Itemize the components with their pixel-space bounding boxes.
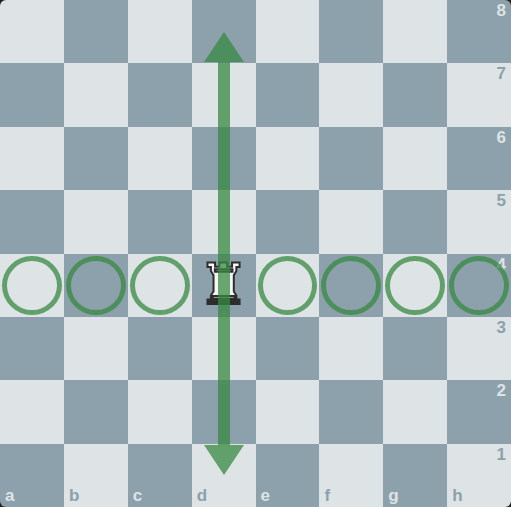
square-c7[interactable]	[128, 63, 192, 126]
file-label-c: c	[133, 487, 142, 504]
square-c8[interactable]	[128, 0, 192, 63]
file-label-b: b	[69, 487, 79, 504]
file-label-f: f	[324, 487, 330, 504]
square-e7[interactable]	[256, 63, 320, 126]
square-c1[interactable]: c	[128, 444, 192, 507]
square-g6[interactable]	[383, 127, 447, 190]
square-f1[interactable]: f	[319, 444, 383, 507]
square-d5[interactable]	[192, 190, 256, 253]
rank-label-1: 1	[497, 446, 506, 463]
square-d7[interactable]	[192, 63, 256, 126]
square-f5[interactable]	[319, 190, 383, 253]
white-rook-d4[interactable]: ♜	[192, 254, 256, 317]
square-f3[interactable]	[319, 317, 383, 380]
square-f7[interactable]	[319, 63, 383, 126]
square-g3[interactable]	[383, 317, 447, 380]
square-f2[interactable]	[319, 380, 383, 443]
square-b6[interactable]	[64, 127, 128, 190]
square-c2[interactable]	[128, 380, 192, 443]
rank-label-7: 7	[497, 65, 506, 82]
square-d2[interactable]	[192, 380, 256, 443]
square-h7[interactable]: 7	[447, 63, 511, 126]
file-label-h: h	[452, 487, 462, 504]
square-b3[interactable]	[64, 317, 128, 380]
file-label-a: a	[5, 487, 14, 504]
square-g2[interactable]	[383, 380, 447, 443]
rank-label-6: 6	[497, 129, 506, 146]
square-d1[interactable]: d	[192, 444, 256, 507]
square-a7[interactable]	[0, 63, 64, 126]
square-h1[interactable]: 1h	[447, 444, 511, 507]
square-a8[interactable]	[0, 0, 64, 63]
square-e3[interactable]	[256, 317, 320, 380]
white-rook-glyph: ♜	[198, 256, 249, 313]
square-b4[interactable]	[64, 254, 128, 317]
square-a2[interactable]	[0, 380, 64, 443]
chess-board[interactable]: 8765432abcdefg1h♜	[0, 0, 511, 507]
square-f6[interactable]	[319, 127, 383, 190]
square-a4[interactable]	[0, 254, 64, 317]
square-h3[interactable]: 3	[447, 317, 511, 380]
rank-label-3: 3	[497, 319, 506, 336]
file-label-d: d	[197, 487, 207, 504]
file-label-e: e	[261, 487, 270, 504]
square-g8[interactable]	[383, 0, 447, 63]
square-b8[interactable]	[64, 0, 128, 63]
square-a6[interactable]	[0, 127, 64, 190]
square-b5[interactable]	[64, 190, 128, 253]
rank-label-8: 8	[497, 2, 506, 19]
square-f8[interactable]	[319, 0, 383, 63]
square-c3[interactable]	[128, 317, 192, 380]
square-f4[interactable]	[319, 254, 383, 317]
rank-label-5: 5	[497, 192, 506, 209]
square-g7[interactable]	[383, 63, 447, 126]
square-g1[interactable]: g	[383, 444, 447, 507]
square-d8[interactable]	[192, 0, 256, 63]
square-b7[interactable]	[64, 63, 128, 126]
square-h5[interactable]: 5	[447, 190, 511, 253]
square-g5[interactable]	[383, 190, 447, 253]
square-b2[interactable]	[64, 380, 128, 443]
square-a1[interactable]: a	[0, 444, 64, 507]
square-e4[interactable]	[256, 254, 320, 317]
square-h8[interactable]: 8	[447, 0, 511, 63]
square-e8[interactable]	[256, 0, 320, 63]
square-a3[interactable]	[0, 317, 64, 380]
square-e5[interactable]	[256, 190, 320, 253]
square-b1[interactable]: b	[64, 444, 128, 507]
square-g4[interactable]	[383, 254, 447, 317]
square-d6[interactable]	[192, 127, 256, 190]
square-e1[interactable]: e	[256, 444, 320, 507]
square-d3[interactable]	[192, 317, 256, 380]
file-label-g: g	[388, 487, 398, 504]
square-h2[interactable]: 2	[447, 380, 511, 443]
square-c6[interactable]	[128, 127, 192, 190]
square-c5[interactable]	[128, 190, 192, 253]
square-c4[interactable]	[128, 254, 192, 317]
square-h6[interactable]: 6	[447, 127, 511, 190]
square-e6[interactable]	[256, 127, 320, 190]
square-e2[interactable]	[256, 380, 320, 443]
square-a5[interactable]	[0, 190, 64, 253]
square-h4[interactable]: 4	[447, 254, 511, 317]
rank-label-2: 2	[497, 382, 506, 399]
rank-label-4: 4	[497, 256, 506, 273]
